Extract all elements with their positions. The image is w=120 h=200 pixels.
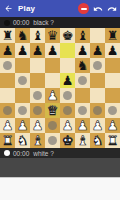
square-g2[interactable]: ♟	[90, 118, 105, 133]
black-king: ♚	[62, 28, 74, 43]
white-queen: ♛	[47, 103, 59, 118]
white-player-bar: 00:00 white ?	[0, 148, 120, 158]
legal-move-dot	[3, 106, 12, 115]
square-a2[interactable]: ♟	[0, 118, 15, 133]
white-knight: ♞	[92, 133, 104, 148]
square-b2[interactable]: ♟	[15, 118, 30, 133]
black-pawn: ♟	[2, 43, 14, 58]
white-bishop: ♝	[32, 133, 44, 148]
legal-move-dot	[3, 61, 12, 70]
square-h8[interactable]: ♜	[105, 28, 120, 43]
content-area	[0, 158, 120, 177]
legal-move-dot	[63, 91, 72, 100]
square-c8[interactable]: ♝	[30, 28, 45, 43]
square-c1[interactable]: ♝	[30, 133, 45, 148]
legal-move-dot	[63, 106, 72, 115]
black-bishop: ♝	[77, 28, 89, 43]
square-d3[interactable]: ♛	[45, 103, 60, 118]
footer-strip	[0, 177, 120, 200]
black-pawn: ♟	[32, 43, 44, 58]
square-g4[interactable]	[90, 88, 105, 103]
square-c2[interactable]: ♟	[30, 118, 45, 133]
square-h1[interactable]: ♜	[105, 133, 120, 148]
square-e6[interactable]	[60, 58, 75, 73]
white-knight: ♞	[17, 133, 29, 148]
square-a5[interactable]	[0, 73, 15, 88]
white-king: ♚	[62, 133, 74, 148]
black-knight: ♞	[77, 58, 89, 73]
square-h3[interactable]	[105, 103, 120, 118]
redo-button[interactable]	[107, 4, 117, 14]
black-bishop: ♝	[32, 28, 44, 43]
square-h2[interactable]: ♟	[105, 118, 120, 133]
legal-move-dot	[18, 76, 27, 85]
square-d6[interactable]	[45, 58, 60, 73]
square-g8[interactable]	[90, 28, 105, 43]
square-e8[interactable]: ♚	[60, 28, 75, 43]
square-g3[interactable]	[90, 103, 105, 118]
black-turn-indicator	[4, 20, 10, 26]
chess-board: ♜♞♝♛♚♝♜♟♟♟♟♟♟♟♞♟♟♛♟♟♟♟♟♟♟♜♞♝♚♝♞♜	[0, 28, 120, 148]
black-knight: ♞	[17, 28, 29, 43]
square-a4[interactable]	[0, 88, 15, 103]
black-player-name: black ?	[33, 19, 54, 26]
square-d5[interactable]	[45, 73, 60, 88]
page-title: Play	[18, 4, 78, 13]
white-clock: 00:00	[13, 150, 29, 157]
white-bishop: ♝	[77, 133, 89, 148]
square-a6[interactable]	[0, 58, 15, 73]
square-d2[interactable]	[45, 118, 60, 133]
back-button[interactable]	[4, 4, 13, 13]
legal-move-dot	[93, 61, 102, 70]
white-player-name: white ?	[33, 150, 54, 157]
black-pawn: ♟	[47, 43, 59, 58]
white-turn-indicator	[4, 150, 10, 156]
square-h6[interactable]	[105, 58, 120, 73]
black-clock: 00:00	[13, 19, 29, 26]
black-rook: ♜	[107, 28, 119, 43]
square-g6[interactable]	[90, 58, 105, 73]
square-f8[interactable]: ♝	[75, 28, 90, 43]
white-pawn: ♟	[32, 118, 44, 133]
legal-move-dot	[108, 106, 117, 115]
undo-icon	[93, 4, 103, 14]
square-g1[interactable]: ♞	[90, 133, 105, 148]
square-c3[interactable]	[30, 103, 45, 118]
white-pawn: ♟	[2, 118, 14, 133]
minus-circle-icon	[81, 8, 87, 10]
undo-button[interactable]	[93, 4, 103, 14]
stop-button[interactable]	[78, 3, 89, 14]
square-d4[interactable]: ♟	[45, 88, 60, 103]
legal-move-dot	[18, 106, 27, 115]
square-b7[interactable]: ♟	[15, 43, 30, 58]
black-pawn: ♟	[17, 43, 29, 58]
square-e4[interactable]	[60, 88, 75, 103]
square-c4[interactable]	[30, 88, 45, 103]
appbar-actions	[78, 3, 117, 14]
app-bar: Play	[0, 0, 120, 17]
legal-move-dot	[33, 106, 42, 115]
legal-move-dot	[48, 136, 57, 145]
legal-move-dot	[78, 106, 87, 115]
black-pawn: ♟	[77, 43, 89, 58]
black-pawn: ♟	[92, 43, 104, 58]
redo-icon	[107, 4, 117, 14]
square-h5[interactable]	[105, 73, 120, 88]
square-e1[interactable]: ♚	[60, 133, 75, 148]
square-c5[interactable]	[30, 73, 45, 88]
legal-move-dot	[48, 121, 57, 130]
square-f2[interactable]: ♟	[75, 118, 90, 133]
square-b4[interactable]	[15, 88, 30, 103]
square-f6[interactable]: ♞	[75, 58, 90, 73]
white-pawn: ♟	[77, 118, 89, 133]
black-player-bar: 00:00 black ?	[0, 17, 120, 28]
white-pawn: ♟	[17, 118, 29, 133]
square-e3[interactable]	[60, 103, 75, 118]
black-pawn: ♟	[107, 43, 119, 58]
legal-move-dot	[33, 91, 42, 100]
square-c7[interactable]: ♟	[30, 43, 45, 58]
white-pawn: ♟	[47, 88, 59, 103]
square-d8[interactable]: ♛	[45, 28, 60, 43]
square-a8[interactable]: ♜	[0, 28, 15, 43]
square-f7[interactable]: ♟	[75, 43, 90, 58]
square-g5[interactable]	[90, 73, 105, 88]
black-queen: ♛	[47, 28, 59, 43]
square-g7[interactable]: ♟	[90, 43, 105, 58]
square-d1[interactable]	[45, 133, 60, 148]
square-b8[interactable]: ♞	[15, 28, 30, 43]
square-h7[interactable]: ♟	[105, 43, 120, 58]
square-f3[interactable]	[75, 103, 90, 118]
square-f4[interactable]	[75, 88, 90, 103]
square-c6[interactable]	[30, 58, 45, 73]
square-b5[interactable]	[15, 73, 30, 88]
white-pawn: ♟	[62, 118, 74, 133]
square-b1[interactable]: ♞	[15, 133, 30, 148]
square-d7[interactable]: ♟	[45, 43, 60, 58]
square-f1[interactable]: ♝	[75, 133, 90, 148]
white-rook: ♜	[2, 133, 14, 148]
legal-move-dot	[78, 76, 87, 85]
square-a7[interactable]: ♟	[0, 43, 15, 58]
black-pawn: ♟	[62, 73, 74, 88]
square-h4[interactable]	[105, 88, 120, 103]
white-pawn: ♟	[107, 118, 119, 133]
square-a3[interactable]	[0, 103, 15, 118]
white-rook: ♜	[107, 133, 119, 148]
square-b3[interactable]	[15, 103, 30, 118]
square-e5[interactable]: ♟	[60, 73, 75, 88]
legal-move-dot	[93, 106, 102, 115]
black-rook: ♜	[2, 28, 14, 43]
square-b6[interactable]	[15, 58, 30, 73]
square-e2[interactable]: ♟	[60, 118, 75, 133]
square-f5[interactable]	[75, 73, 90, 88]
square-a1[interactable]: ♜	[0, 133, 15, 148]
arrow-left-icon	[4, 4, 13, 13]
screen: Play 00:00 black ? ♜♞♝♛♚♝♜♟♟♟♟♟♟♟♞♟♟♛♟♟♟…	[0, 0, 120, 200]
white-pawn: ♟	[92, 118, 104, 133]
square-e7[interactable]	[60, 43, 75, 58]
